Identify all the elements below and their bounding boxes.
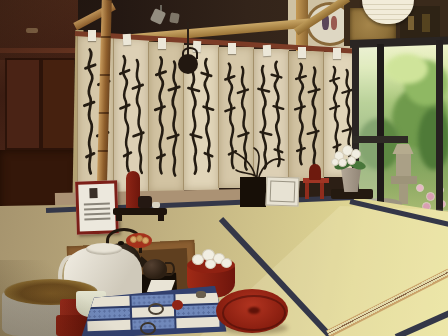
paper-tab (158, 38, 166, 49)
kettle-knob (118, 241, 124, 245)
stand-dark-item (138, 196, 152, 208)
cloth-square (177, 317, 220, 328)
cloth-ring (148, 303, 164, 315)
calligraphy-panel (288, 51, 324, 181)
cabinet-handle (26, 28, 38, 33)
window-mid-bar (377, 44, 384, 212)
foliage (418, 108, 448, 170)
cloth-square (87, 308, 130, 319)
thermos-lid (86, 243, 122, 255)
cabinet-door (5, 58, 41, 150)
foliage-light (386, 54, 428, 84)
pink-flower (426, 192, 435, 201)
document-portrait (89, 188, 97, 198)
paper-tab (123, 34, 132, 45)
paper-tab (228, 43, 236, 54)
stool-vase (309, 164, 321, 180)
small-teapot (143, 259, 167, 279)
document-text-line (84, 208, 109, 210)
stand-white-item (152, 202, 160, 208)
paper-tab (298, 47, 306, 58)
plaque-figure (331, 16, 337, 30)
paper-tab (88, 30, 96, 41)
paper-tab (263, 45, 271, 56)
paper-tab (333, 48, 341, 59)
painting-mark (408, 16, 414, 30)
framed-document (75, 180, 119, 234)
window-rail (352, 136, 408, 143)
white-shell (205, 259, 216, 269)
black-stand-leg (116, 214, 122, 221)
cracker-dish (126, 233, 152, 248)
teapot-handle (165, 262, 175, 276)
cracker (142, 237, 149, 244)
red-tray (216, 289, 288, 333)
black-box-vase (240, 177, 266, 207)
hanging-kettle-handle (182, 47, 198, 59)
painting-mark (422, 14, 430, 32)
cabinet-rail (0, 48, 78, 53)
orchid-flower (331, 158, 339, 166)
red-stool-leg (305, 183, 309, 199)
document-text-line (85, 218, 110, 220)
window-right-bar (436, 40, 443, 214)
black-stand-leg (158, 214, 164, 221)
cloth-metal-item (196, 291, 206, 298)
pink-flower (416, 184, 424, 192)
red-stool-leg (320, 183, 324, 199)
document-text-line (85, 213, 110, 215)
cabinet-door (41, 58, 76, 150)
white-frame-inner (270, 181, 296, 203)
stone-lantern-body (396, 154, 411, 176)
photo-tea-room (0, 0, 448, 336)
stone-lantern-base (391, 176, 417, 184)
cloth-square (87, 320, 130, 331)
calligraphy-panel (113, 38, 149, 193)
cloth-ring (140, 322, 156, 335)
tansu-cabinet (0, 0, 78, 213)
white-frame (266, 176, 300, 206)
orchid-flower (347, 156, 356, 165)
spotlight-icon (169, 12, 180, 23)
orchid-flower (338, 158, 347, 167)
document-text-line (84, 203, 109, 205)
cloth-red-box (172, 300, 183, 310)
white-shell (221, 258, 232, 268)
